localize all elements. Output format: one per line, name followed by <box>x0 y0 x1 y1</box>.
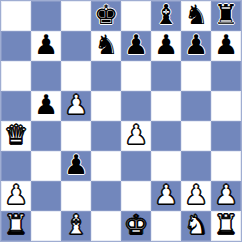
chess-board: ♚♝♞♜♟♞♟♟♟♟♟♟♛♟♟♟♟♟♟♜♝♚♞♜ <box>0 0 242 242</box>
square-b6[interactable] <box>31 61 61 91</box>
square-d4[interactable] <box>91 121 121 151</box>
square-b3[interactable] <box>31 151 61 181</box>
square-a7[interactable] <box>1 31 31 61</box>
square-e1[interactable]: ♚ <box>121 211 151 241</box>
square-f6[interactable] <box>151 61 181 91</box>
piece-black-pawn[interactable]: ♟ <box>184 31 208 60</box>
piece-black-bishop[interactable]: ♝ <box>154 1 178 30</box>
square-e2[interactable] <box>121 181 151 211</box>
square-g3[interactable] <box>181 151 211 181</box>
square-f4[interactable] <box>151 121 181 151</box>
square-h4[interactable] <box>211 121 241 151</box>
piece-black-king[interactable]: ♚ <box>94 1 118 30</box>
piece-white-pawn[interactable]: ♟ <box>184 181 208 210</box>
piece-white-pawn[interactable]: ♟ <box>214 181 238 210</box>
square-f1[interactable] <box>151 211 181 241</box>
piece-white-rook[interactable]: ♜ <box>4 211 28 240</box>
piece-white-knight[interactable]: ♞ <box>184 211 208 240</box>
square-a2[interactable]: ♟ <box>1 181 31 211</box>
square-f2[interactable]: ♟ <box>151 181 181 211</box>
piece-white-pawn[interactable]: ♟ <box>124 121 148 150</box>
square-c6[interactable] <box>61 61 91 91</box>
square-g4[interactable] <box>181 121 211 151</box>
square-d7[interactable]: ♞ <box>91 31 121 61</box>
square-c5[interactable]: ♟ <box>61 91 91 121</box>
square-c7[interactable] <box>61 31 91 61</box>
piece-black-knight[interactable]: ♞ <box>184 1 208 30</box>
square-b5[interactable]: ♟ <box>31 91 61 121</box>
square-d2[interactable] <box>91 181 121 211</box>
square-f3[interactable] <box>151 151 181 181</box>
square-d6[interactable] <box>91 61 121 91</box>
square-a3[interactable] <box>1 151 31 181</box>
square-g5[interactable] <box>181 91 211 121</box>
square-h7[interactable]: ♟ <box>211 31 241 61</box>
square-d3[interactable] <box>91 151 121 181</box>
piece-white-queen[interactable]: ♛ <box>4 121 28 150</box>
square-d8[interactable]: ♚ <box>91 1 121 31</box>
piece-white-pawn[interactable]: ♟ <box>64 91 88 120</box>
square-a6[interactable] <box>1 61 31 91</box>
square-e6[interactable] <box>121 61 151 91</box>
square-a4[interactable]: ♛ <box>1 121 31 151</box>
piece-white-pawn[interactable]: ♟ <box>154 181 178 210</box>
square-f8[interactable]: ♝ <box>151 1 181 31</box>
square-g2[interactable]: ♟ <box>181 181 211 211</box>
piece-black-rook[interactable]: ♜ <box>214 1 238 30</box>
square-g1[interactable]: ♞ <box>181 211 211 241</box>
piece-black-pawn[interactable]: ♟ <box>214 31 238 60</box>
square-c3[interactable]: ♟ <box>61 151 91 181</box>
square-d5[interactable] <box>91 91 121 121</box>
piece-white-rook[interactable]: ♜ <box>214 211 238 240</box>
square-h5[interactable] <box>211 91 241 121</box>
piece-black-knight[interactable]: ♞ <box>94 31 118 60</box>
piece-white-king[interactable]: ♚ <box>124 211 148 240</box>
square-e7[interactable]: ♟ <box>121 31 151 61</box>
square-h2[interactable]: ♟ <box>211 181 241 211</box>
square-a5[interactable] <box>1 91 31 121</box>
square-e4[interactable]: ♟ <box>121 121 151 151</box>
square-c2[interactable] <box>61 181 91 211</box>
piece-white-pawn[interactable]: ♟ <box>4 181 28 210</box>
square-g6[interactable] <box>181 61 211 91</box>
square-f5[interactable] <box>151 91 181 121</box>
square-h3[interactable] <box>211 151 241 181</box>
piece-black-pawn[interactable]: ♟ <box>34 91 58 120</box>
square-b8[interactable] <box>31 1 61 31</box>
piece-black-pawn[interactable]: ♟ <box>34 31 58 60</box>
square-a1[interactable]: ♜ <box>1 211 31 241</box>
piece-black-pawn[interactable]: ♟ <box>124 31 148 60</box>
square-b1[interactable] <box>31 211 61 241</box>
square-c4[interactable] <box>61 121 91 151</box>
square-b2[interactable] <box>31 181 61 211</box>
chess-board-wrapper: ♚♝♞♜♟♞♟♟♟♟♟♟♛♟♟♟♟♟♟♜♝♚♞♜ <box>0 0 242 242</box>
square-a8[interactable] <box>1 1 31 31</box>
square-g8[interactable]: ♞ <box>181 1 211 31</box>
square-c8[interactable] <box>61 1 91 31</box>
square-h6[interactable] <box>211 61 241 91</box>
square-e3[interactable] <box>121 151 151 181</box>
square-h8[interactable]: ♜ <box>211 1 241 31</box>
square-c1[interactable]: ♝ <box>61 211 91 241</box>
square-b4[interactable] <box>31 121 61 151</box>
square-e8[interactable] <box>121 1 151 31</box>
piece-black-pawn[interactable]: ♟ <box>64 151 88 180</box>
piece-black-pawn[interactable]: ♟ <box>154 31 178 60</box>
square-d1[interactable] <box>91 211 121 241</box>
square-b7[interactable]: ♟ <box>31 31 61 61</box>
square-e5[interactable] <box>121 91 151 121</box>
piece-white-bishop[interactable]: ♝ <box>64 211 88 240</box>
square-f7[interactable]: ♟ <box>151 31 181 61</box>
square-h1[interactable]: ♜ <box>211 211 241 241</box>
square-g7[interactable]: ♟ <box>181 31 211 61</box>
